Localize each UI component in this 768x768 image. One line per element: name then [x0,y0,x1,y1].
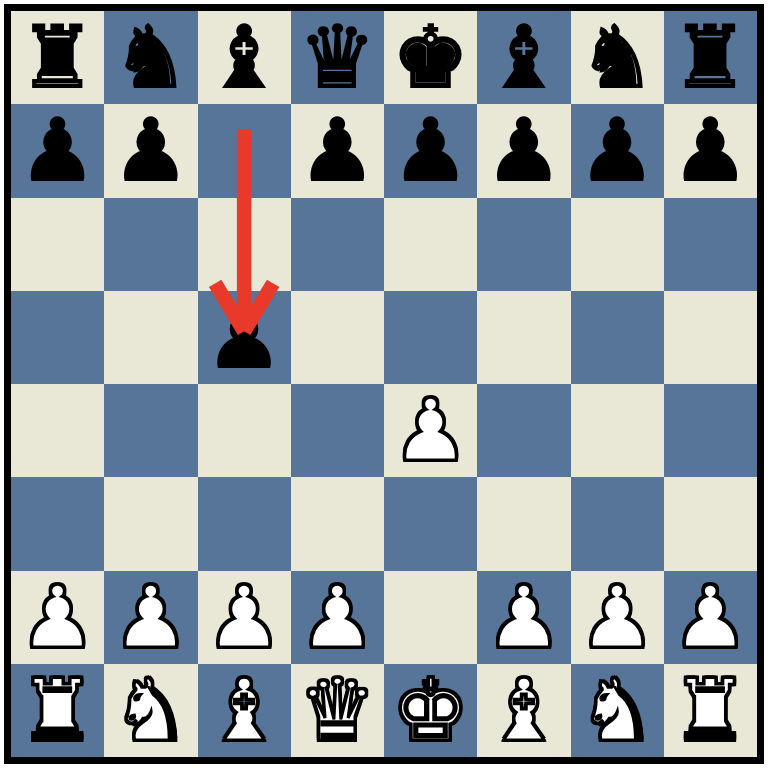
square-f2[interactable]: ♟ [477,571,570,664]
square-g6[interactable] [571,198,664,291]
square-c5[interactable]: ♟ [198,291,291,384]
square-h6[interactable] [664,198,757,291]
white-knight-g1[interactable]: ♞ [579,664,656,757]
square-f5[interactable] [477,291,570,384]
square-g3[interactable] [571,477,664,570]
square-c3[interactable] [198,477,291,570]
square-a2[interactable]: ♟ [11,571,104,664]
square-c1[interactable]: ♝ [198,664,291,757]
square-f1[interactable]: ♝ [477,664,570,757]
square-b6[interactable] [104,198,197,291]
square-a7[interactable]: ♟ [11,104,104,197]
square-a5[interactable] [11,291,104,384]
square-h4[interactable] [664,384,757,477]
square-f7[interactable]: ♟ [477,104,570,197]
square-a3[interactable] [11,477,104,570]
black-rook-a8[interactable]: ♜ [19,11,96,104]
square-d7[interactable]: ♟ [291,104,384,197]
square-e8[interactable]: ♚ [384,11,477,104]
black-knight-b8[interactable]: ♞ [112,11,189,104]
square-c8[interactable]: ♝ [198,11,291,104]
black-knight-g8[interactable]: ♞ [579,11,656,104]
white-pawn-h2[interactable]: ♟ [672,571,749,664]
square-c7[interactable] [198,104,291,197]
square-b3[interactable] [104,477,197,570]
square-h8[interactable]: ♜ [664,11,757,104]
black-pawn-f7[interactable]: ♟ [485,104,562,197]
square-b2[interactable]: ♟ [104,571,197,664]
square-c6[interactable] [198,198,291,291]
square-h7[interactable]: ♟ [664,104,757,197]
white-king-e1[interactable]: ♚ [392,664,469,757]
square-g1[interactable]: ♞ [571,664,664,757]
black-queen-d8[interactable]: ♛ [299,11,376,104]
black-rook-h8[interactable]: ♜ [672,11,749,104]
square-h2[interactable]: ♟ [664,571,757,664]
black-bishop-c8[interactable]: ♝ [206,11,283,104]
square-d6[interactable] [291,198,384,291]
square-b5[interactable] [104,291,197,384]
square-a1[interactable]: ♜ [11,664,104,757]
white-pawn-f2[interactable]: ♟ [485,571,562,664]
square-e2[interactable] [384,571,477,664]
white-rook-h1[interactable]: ♜ [672,664,749,757]
black-bishop-f8[interactable]: ♝ [485,11,562,104]
white-queen-d1[interactable]: ♛ [299,664,376,757]
square-e6[interactable] [384,198,477,291]
square-h3[interactable] [664,477,757,570]
board-frame: ♜♞♝♛♚♝♞♜♟♟♟♟♟♟♟♟♟♟♟♟♟♟♟♟♜♞♝♛♚♝♞♜ [4,4,764,764]
black-pawn-g7[interactable]: ♟ [579,104,656,197]
square-f8[interactable]: ♝ [477,11,570,104]
square-d4[interactable] [291,384,384,477]
square-e4[interactable]: ♟ [384,384,477,477]
white-bishop-c1[interactable]: ♝ [206,664,283,757]
white-knight-b1[interactable]: ♞ [112,664,189,757]
page: ♜♞♝♛♚♝♞♜♟♟♟♟♟♟♟♟♟♟♟♟♟♟♟♟♜♞♝♛♚♝♞♜ [0,0,768,768]
white-pawn-e4[interactable]: ♟ [392,384,469,477]
white-pawn-a2[interactable]: ♟ [19,571,96,664]
white-pawn-g2[interactable]: ♟ [579,571,656,664]
square-e1[interactable]: ♚ [384,664,477,757]
square-e7[interactable]: ♟ [384,104,477,197]
black-pawn-b7[interactable]: ♟ [112,104,189,197]
square-f3[interactable] [477,477,570,570]
square-g7[interactable]: ♟ [571,104,664,197]
square-c4[interactable] [198,384,291,477]
chess-board: ♜♞♝♛♚♝♞♜♟♟♟♟♟♟♟♟♟♟♟♟♟♟♟♟♜♞♝♛♚♝♞♜ [11,11,757,757]
square-d3[interactable] [291,477,384,570]
black-pawn-h7[interactable]: ♟ [672,104,749,197]
square-g5[interactable] [571,291,664,384]
black-king-e8[interactable]: ♚ [392,11,469,104]
black-pawn-c5[interactable]: ♟ [206,291,283,384]
square-e5[interactable] [384,291,477,384]
square-d8[interactable]: ♛ [291,11,384,104]
square-d1[interactable]: ♛ [291,664,384,757]
square-a6[interactable] [11,198,104,291]
square-d2[interactable]: ♟ [291,571,384,664]
square-g8[interactable]: ♞ [571,11,664,104]
square-g2[interactable]: ♟ [571,571,664,664]
white-pawn-c2[interactable]: ♟ [206,571,283,664]
black-pawn-d7[interactable]: ♟ [299,104,376,197]
white-bishop-f1[interactable]: ♝ [485,664,562,757]
white-pawn-b2[interactable]: ♟ [112,571,189,664]
square-d5[interactable] [291,291,384,384]
black-pawn-e7[interactable]: ♟ [392,104,469,197]
square-e3[interactable] [384,477,477,570]
square-f6[interactable] [477,198,570,291]
square-b4[interactable] [104,384,197,477]
black-pawn-a7[interactable]: ♟ [19,104,96,197]
square-f4[interactable] [477,384,570,477]
square-b7[interactable]: ♟ [104,104,197,197]
square-c2[interactable]: ♟ [198,571,291,664]
square-b1[interactable]: ♞ [104,664,197,757]
square-a4[interactable] [11,384,104,477]
square-h5[interactable] [664,291,757,384]
white-pawn-d2[interactable]: ♟ [299,571,376,664]
square-b8[interactable]: ♞ [104,11,197,104]
square-a8[interactable]: ♜ [11,11,104,104]
square-h1[interactable]: ♜ [664,664,757,757]
white-rook-a1[interactable]: ♜ [19,664,96,757]
square-g4[interactable] [571,384,664,477]
